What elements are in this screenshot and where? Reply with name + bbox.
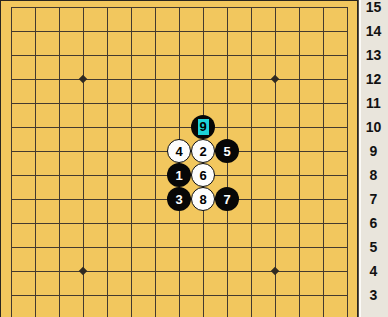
intersection-n10[interactable] (311, 115, 335, 139)
intersection-a6[interactable] (0, 211, 23, 235)
intersection-n2[interactable] (311, 307, 335, 317)
intersection-c6[interactable] (47, 211, 71, 235)
intersection-c15[interactable] (47, 0, 71, 19)
intersection-o7[interactable] (335, 187, 358, 211)
intersection-m13[interactable] (287, 43, 311, 67)
intersection-d10[interactable] (71, 115, 95, 139)
intersection-k4[interactable] (239, 259, 263, 283)
intersection-f4[interactable] (119, 259, 143, 283)
intersection-j9[interactable]: 5 (215, 139, 239, 163)
intersection-l11[interactable] (263, 91, 287, 115)
row-label-11: 11 (359, 95, 388, 111)
intersection-i13[interactable] (191, 43, 215, 67)
intersection-g2[interactable] (143, 307, 167, 317)
intersection-m9[interactable] (287, 139, 311, 163)
intersection-a13[interactable] (0, 43, 23, 67)
intersection-n4[interactable] (311, 259, 335, 283)
intersection-a9[interactable] (0, 139, 23, 163)
intersection-d2[interactable] (71, 307, 95, 317)
row-label-9: 9 (359, 143, 388, 159)
intersection-b2[interactable] (23, 307, 47, 317)
row-label-14: 14 (359, 23, 388, 39)
intersection-h4[interactable] (167, 259, 191, 283)
intersection-f14[interactable] (119, 19, 143, 43)
intersection-j5[interactable] (215, 235, 239, 259)
intersection-n15[interactable] (311, 0, 335, 19)
intersection-l14[interactable] (263, 19, 287, 43)
star-point (271, 75, 279, 83)
intersection-n3[interactable] (311, 283, 335, 307)
intersection-e13[interactable] (95, 43, 119, 67)
intersection-n14[interactable] (311, 19, 335, 43)
intersection-e8[interactable] (95, 163, 119, 187)
intersection-o3[interactable] (335, 283, 358, 307)
intersection-g10[interactable] (143, 115, 167, 139)
intersection-d8[interactable] (71, 163, 95, 187)
intersection-d14[interactable] (71, 19, 95, 43)
intersection-n7[interactable] (311, 187, 335, 211)
intersection-b12[interactable] (23, 67, 47, 91)
intersection-f10[interactable] (119, 115, 143, 139)
intersection-l13[interactable] (263, 43, 287, 67)
intersection-o15[interactable] (335, 0, 358, 19)
intersection-g5[interactable] (143, 235, 167, 259)
intersection-b10[interactable] (23, 115, 47, 139)
intersection-b5[interactable] (23, 235, 47, 259)
intersection-c11[interactable] (47, 91, 71, 115)
row-label-13: 13 (359, 47, 388, 63)
row-label-5: 5 (359, 239, 388, 255)
intersection-j10[interactable] (215, 115, 239, 139)
intersection-e2[interactable] (95, 307, 119, 317)
intersection-a2[interactable] (0, 307, 23, 317)
intersection-c10[interactable] (47, 115, 71, 139)
intersection-a3[interactable] (0, 283, 23, 307)
intersection-b8[interactable] (23, 163, 47, 187)
intersection-b13[interactable] (23, 43, 47, 67)
intersection-k14[interactable] (239, 19, 263, 43)
intersection-o11[interactable] (335, 91, 358, 115)
intersection-d6[interactable] (71, 211, 95, 235)
intersection-i14[interactable] (191, 19, 215, 43)
row-label-12: 12 (359, 71, 388, 87)
intersection-b9[interactable] (23, 139, 47, 163)
intersection-n11[interactable] (311, 91, 335, 115)
intersection-e9[interactable] (95, 139, 119, 163)
intersection-i5[interactable] (191, 235, 215, 259)
intersection-f6[interactable] (119, 211, 143, 235)
stone-7-black-j7: 7 (215, 187, 239, 211)
intersection-c9[interactable] (47, 139, 71, 163)
stone-8-white-i7: 8 (191, 187, 215, 211)
intersection-i10[interactable]: 9 (191, 115, 215, 139)
intersection-d12[interactable] (71, 67, 95, 91)
intersection-n13[interactable] (311, 43, 335, 67)
intersection-j4[interactable] (215, 259, 239, 283)
intersection-e3[interactable] (95, 283, 119, 307)
intersection-o2[interactable] (335, 307, 358, 317)
intersection-d11[interactable] (71, 91, 95, 115)
intersection-o9[interactable] (335, 139, 358, 163)
intersection-g6[interactable] (143, 211, 167, 235)
intersection-g4[interactable] (143, 259, 167, 283)
intersection-h10[interactable] (167, 115, 191, 139)
intersection-o10[interactable] (335, 115, 358, 139)
intersection-o14[interactable] (335, 19, 358, 43)
intersection-f9[interactable] (119, 139, 143, 163)
intersection-i6[interactable] (191, 211, 215, 235)
row-label-3: 3 (359, 287, 388, 303)
intersection-i7[interactable]: 8 (191, 187, 215, 211)
intersection-j3[interactable] (215, 283, 239, 307)
intersection-b14[interactable] (23, 19, 47, 43)
intersection-m10[interactable] (287, 115, 311, 139)
intersection-l8[interactable] (263, 163, 287, 187)
intersection-l9[interactable] (263, 139, 287, 163)
intersection-i15[interactable] (191, 0, 215, 19)
intersection-f8[interactable] (119, 163, 143, 187)
last-move-highlight: 9 (198, 119, 209, 135)
intersection-c5[interactable] (47, 235, 71, 259)
intersection-e11[interactable] (95, 91, 119, 115)
intersection-d3[interactable] (71, 283, 95, 307)
intersection-j15[interactable] (215, 0, 239, 19)
intersection-k8[interactable] (239, 163, 263, 187)
row-label-4: 4 (359, 263, 388, 279)
intersection-o6[interactable] (335, 211, 358, 235)
intersection-h13[interactable] (167, 43, 191, 67)
intersection-j6[interactable] (215, 211, 239, 235)
intersection-m12[interactable] (287, 67, 311, 91)
intersection-c2[interactable] (47, 307, 71, 317)
intersection-j8[interactable] (215, 163, 239, 187)
intersection-d7[interactable] (71, 187, 95, 211)
intersection-n12[interactable] (311, 67, 335, 91)
intersection-m2[interactable] (287, 307, 311, 317)
intersection-g9[interactable] (143, 139, 167, 163)
intersection-k3[interactable] (239, 283, 263, 307)
intersection-a14[interactable] (0, 19, 23, 43)
intersection-f2[interactable] (119, 307, 143, 317)
intersection-h7[interactable]: 3 (167, 187, 191, 211)
intersection-h11[interactable] (167, 91, 191, 115)
intersection-b7[interactable] (23, 187, 47, 211)
intersection-h8[interactable]: 1 (167, 163, 191, 187)
intersection-g8[interactable] (143, 163, 167, 187)
intersection-l12[interactable] (263, 67, 287, 91)
intersection-k11[interactable] (239, 91, 263, 115)
intersection-m7[interactable] (287, 187, 311, 211)
intersection-k7[interactable] (239, 187, 263, 211)
intersection-a11[interactable] (0, 91, 23, 115)
intersection-f11[interactable] (119, 91, 143, 115)
intersection-a8[interactable] (0, 163, 23, 187)
intersection-m15[interactable] (287, 0, 311, 19)
intersection-a12[interactable] (0, 67, 23, 91)
star-point (79, 75, 87, 83)
intersection-n6[interactable] (311, 211, 335, 235)
intersection-l6[interactable] (263, 211, 287, 235)
intersection-k15[interactable] (239, 0, 263, 19)
intersection-n8[interactable] (311, 163, 335, 187)
intersection-c3[interactable] (47, 283, 71, 307)
intersection-l7[interactable] (263, 187, 287, 211)
star-point (79, 267, 87, 275)
intersection-f13[interactable] (119, 43, 143, 67)
intersection-h2[interactable] (167, 307, 191, 317)
intersection-m5[interactable] (287, 235, 311, 259)
intersection-b6[interactable] (23, 211, 47, 235)
intersection-e10[interactable] (95, 115, 119, 139)
intersection-g13[interactable] (143, 43, 167, 67)
intersection-h5[interactable] (167, 235, 191, 259)
intersection-b15[interactable] (23, 0, 47, 19)
intersection-a5[interactable] (0, 235, 23, 259)
row-label-7: 7 (359, 191, 388, 207)
intersection-k6[interactable] (239, 211, 263, 235)
intersection-g7[interactable] (143, 187, 167, 211)
intersection-i2[interactable] (191, 307, 215, 317)
intersection-e4[interactable] (95, 259, 119, 283)
intersection-l4[interactable] (263, 259, 287, 283)
intersection-m8[interactable] (287, 163, 311, 187)
intersection-k9[interactable] (239, 139, 263, 163)
intersection-d4[interactable] (71, 259, 95, 283)
intersection-i3[interactable] (191, 283, 215, 307)
intersection-i9[interactable]: 2 (191, 139, 215, 163)
intersection-b3[interactable] (23, 283, 47, 307)
stone-6-white-i8: 6 (191, 163, 215, 187)
intersection-o4[interactable] (335, 259, 358, 283)
intersection-j12[interactable] (215, 67, 239, 91)
gomoku-app-window: 942516387 1514131211109876543 (0, 0, 388, 317)
stone-3-black-h7: 3 (167, 187, 191, 211)
intersection-i11[interactable] (191, 91, 215, 115)
intersection-e15[interactable] (95, 0, 119, 19)
stone-5-black-j9: 5 (215, 139, 239, 163)
intersection-g11[interactable] (143, 91, 167, 115)
intersection-m11[interactable] (287, 91, 311, 115)
intersection-l2[interactable] (263, 307, 287, 317)
stone-9-black-i10: 9 (191, 115, 215, 139)
intersection-c7[interactable] (47, 187, 71, 211)
intersection-e5[interactable] (95, 235, 119, 259)
intersection-j14[interactable] (215, 19, 239, 43)
intersection-d13[interactable] (71, 43, 95, 67)
intersection-a15[interactable] (0, 0, 23, 19)
intersection-j13[interactable] (215, 43, 239, 67)
intersection-j11[interactable] (215, 91, 239, 115)
intersection-e12[interactable] (95, 67, 119, 91)
intersection-o5[interactable] (335, 235, 358, 259)
intersection-n9[interactable] (311, 139, 335, 163)
intersection-e7[interactable] (95, 187, 119, 211)
intersection-f7[interactable] (119, 187, 143, 211)
intersection-f12[interactable] (119, 67, 143, 91)
intersection-o13[interactable] (335, 43, 358, 67)
intersection-h6[interactable] (167, 211, 191, 235)
intersection-g14[interactable] (143, 19, 167, 43)
stone-2-white-i9: 2 (191, 139, 215, 163)
intersection-b11[interactable] (23, 91, 47, 115)
intersection-f3[interactable] (119, 283, 143, 307)
row-label-8: 8 (359, 167, 388, 183)
row-label-15: 15 (359, 0, 388, 15)
intersection-d5[interactable] (71, 235, 95, 259)
intersection-l10[interactable] (263, 115, 287, 139)
board-viewport: 942516387 (0, 0, 358, 317)
intersection-j7[interactable]: 7 (215, 187, 239, 211)
intersection-o12[interactable] (335, 67, 358, 91)
intersection-g12[interactable] (143, 67, 167, 91)
row-coordinate-strip: 1514131211109876543 (358, 0, 388, 317)
intersection-o8[interactable] (335, 163, 358, 187)
intersection-a7[interactable] (0, 187, 23, 211)
intersection-l3[interactable] (263, 283, 287, 307)
intersection-i4[interactable] (191, 259, 215, 283)
intersection-i8[interactable]: 6 (191, 163, 215, 187)
intersection-c12[interactable] (47, 67, 71, 91)
intersection-d15[interactable] (71, 0, 95, 19)
intersection-h3[interactable] (167, 283, 191, 307)
intersection-f5[interactable] (119, 235, 143, 259)
intersection-h14[interactable] (167, 19, 191, 43)
intersection-c14[interactable] (47, 19, 71, 43)
intersection-k10[interactable] (239, 115, 263, 139)
intersection-m3[interactable] (287, 283, 311, 307)
intersection-g3[interactable] (143, 283, 167, 307)
gomoku-board[interactable]: 942516387 (0, 0, 358, 317)
intersection-m6[interactable] (287, 211, 311, 235)
intersection-c13[interactable] (47, 43, 71, 67)
intersection-k2[interactable] (239, 307, 263, 317)
intersection-i12[interactable] (191, 67, 215, 91)
intersection-k12[interactable] (239, 67, 263, 91)
intersection-k13[interactable] (239, 43, 263, 67)
row-label-10: 10 (359, 119, 388, 135)
stone-1-black-h8: 1 (167, 163, 191, 187)
intersection-n5[interactable] (311, 235, 335, 259)
intersection-m14[interactable] (287, 19, 311, 43)
intersection-e14[interactable] (95, 19, 119, 43)
intersection-h9[interactable]: 4 (167, 139, 191, 163)
row-label-6: 6 (359, 215, 388, 231)
intersection-b4[interactable] (23, 259, 47, 283)
intersection-e6[interactable] (95, 211, 119, 235)
intersection-a10[interactable] (0, 115, 23, 139)
intersection-l15[interactable] (263, 0, 287, 19)
intersection-a4[interactable] (0, 259, 23, 283)
intersection-c8[interactable] (47, 163, 71, 187)
stone-4-white-h9: 4 (167, 139, 191, 163)
star-point (271, 267, 279, 275)
intersection-h15[interactable] (167, 0, 191, 19)
intersection-h12[interactable] (167, 67, 191, 91)
intersection-l5[interactable] (263, 235, 287, 259)
intersection-j2[interactable] (215, 307, 239, 317)
intersection-k5[interactable] (239, 235, 263, 259)
intersection-c4[interactable] (47, 259, 71, 283)
intersection-d9[interactable] (71, 139, 95, 163)
intersection-m4[interactable] (287, 259, 311, 283)
intersection-g15[interactable] (143, 0, 167, 19)
intersection-f15[interactable] (119, 0, 143, 19)
